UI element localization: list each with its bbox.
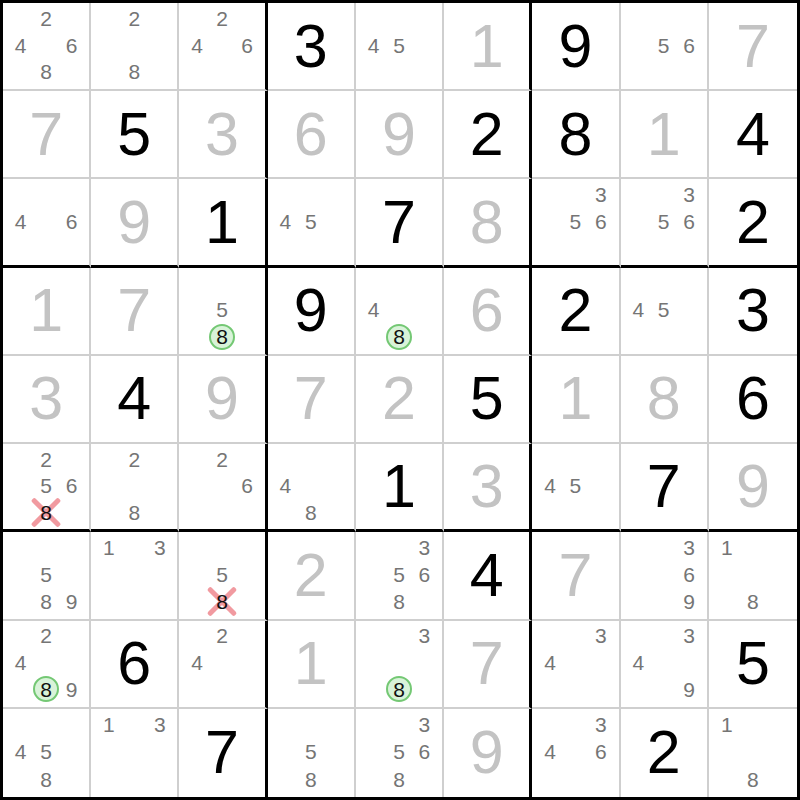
cell-r4c4[interactable]: 9 (268, 268, 356, 356)
candidate-digit: 6 (66, 35, 78, 56)
cell-value: 1 (621, 91, 707, 177)
cell-r5c6[interactable]: 5 (444, 356, 532, 444)
candidate-8[interactable]: 8 (33, 588, 58, 615)
cell-value: 2 (268, 532, 354, 618)
cell-r8c6[interactable]: 7 (444, 621, 532, 709)
candidate-digit: 9 (66, 679, 78, 700)
cell-r5c3[interactable]: 9 (179, 356, 267, 444)
candidate-2[interactable]: 2 (210, 623, 235, 650)
cell-r9c9[interactable]: 18 (709, 709, 797, 797)
candidate-digit: 2 (40, 8, 52, 29)
candidate-digit: 1 (103, 537, 115, 558)
candidate-4[interactable]: 4 (8, 32, 33, 59)
cell-r4c3[interactable]: 58 (179, 268, 267, 356)
candidate-2[interactable]: 2 (33, 446, 58, 472)
candidate-8[interactable]: 8 (298, 499, 323, 525)
cell-r2c7[interactable]: 8 (532, 91, 620, 179)
candidate-digit: 1 (721, 714, 733, 735)
candidates-grid: 58 (184, 534, 259, 614)
cell-value: 1 (532, 356, 618, 442)
cell-r6c9[interactable]: 9 (709, 444, 797, 532)
candidate-digit: 4 (280, 475, 292, 496)
cell-value: 6 (709, 356, 797, 442)
candidate-4[interactable]: 4 (273, 473, 298, 499)
candidate-5[interactable]: 5 (33, 738, 58, 765)
cell-r5c1[interactable]: 3 (3, 356, 91, 444)
candidate-5[interactable]: 5 (563, 208, 588, 234)
candidate-digit: 5 (658, 35, 670, 56)
candidate-digit: 5 (40, 475, 52, 496)
cell-r6c3[interactable]: 26 (179, 444, 267, 532)
candidate-2[interactable]: 2 (122, 5, 147, 32)
candidate-1[interactable]: 1 (714, 711, 740, 738)
cell-value: 9 (709, 444, 797, 529)
cell-value: 5 (709, 621, 797, 707)
cell-r8c9[interactable]: 5 (709, 621, 797, 709)
candidate-digit: 5 (40, 564, 52, 585)
cell-r7c3[interactable]: 58 (179, 532, 267, 620)
candidate-digit: 8 (216, 591, 228, 612)
cell-r4c9[interactable]: 3 (709, 268, 797, 356)
cell-value: 2 (709, 179, 797, 264)
cell-r4c5[interactable]: 48 (356, 268, 444, 356)
candidate-digit: 8 (393, 326, 405, 347)
candidate-8[interactable]: 8 (298, 766, 323, 793)
cell-r8c1[interactable]: 2489 (3, 621, 91, 709)
cell-value: 7 (91, 268, 177, 354)
cell-r3c5[interactable]: 7 (356, 179, 444, 267)
candidate-4[interactable]: 4 (8, 738, 33, 765)
candidates-grid: 24 (184, 623, 259, 703)
cell-r1c6[interactable]: 1 (444, 3, 532, 91)
cell-r8c3[interactable]: 24 (179, 621, 267, 709)
candidates-grid: 26 (184, 446, 259, 525)
cell-r5c9[interactable]: 6 (709, 356, 797, 444)
candidate-digit: 8 (305, 769, 317, 790)
candidate-digit: 8 (40, 769, 52, 790)
cell-r1c4[interactable]: 3 (268, 3, 356, 91)
cell-value: 5 (91, 91, 177, 177)
cell-value: 4 (91, 356, 177, 442)
candidate-digit: 8 (393, 769, 405, 790)
candidate-8[interactable]: 8 (122, 58, 147, 85)
candidate-4[interactable]: 4 (626, 296, 651, 323)
candidate-digit: 6 (241, 475, 253, 496)
candidate-digit: 5 (305, 211, 317, 232)
cell-r3c7[interactable]: 356 (532, 179, 620, 267)
cell-r9c2[interactable]: 13 (91, 709, 179, 797)
cell-r1c1[interactable]: 2468 (3, 3, 91, 91)
cell-r8c4[interactable]: 1 (268, 621, 356, 709)
candidate-digit: 5 (393, 35, 405, 56)
candidates-grid: 48 (273, 446, 349, 525)
candidate-8[interactable]: 8 (386, 588, 411, 615)
cell-r2c2[interactable]: 5 (91, 91, 179, 179)
candidate-4[interactable]: 4 (273, 208, 298, 234)
candidate-8[interactable]: 8 (210, 588, 235, 615)
cell-r9c6[interactable]: 9 (444, 709, 532, 797)
cell-r2c5[interactable]: 9 (356, 91, 444, 179)
cell-r8c8[interactable]: 349 (621, 621, 709, 709)
cell-value: 8 (621, 356, 707, 442)
cell-value: 7 (3, 91, 89, 177)
candidate-1[interactable]: 1 (714, 534, 740, 561)
cell-r3c4[interactable]: 45 (268, 179, 356, 267)
candidates-grid: 246 (184, 5, 259, 85)
candidates-grid: 13 (96, 711, 172, 793)
candidate-digit: 3 (683, 625, 695, 646)
cell-value: 7 (532, 532, 618, 618)
cell-r8c2[interactable]: 6 (91, 621, 179, 709)
candidate-5[interactable]: 5 (33, 473, 58, 499)
cell-r7c8[interactable]: 369 (621, 532, 709, 620)
candidate-digit: 8 (40, 61, 52, 82)
candidate-digit: 3 (154, 537, 166, 558)
cell-value: 7 (621, 444, 707, 529)
candidate-5[interactable]: 5 (298, 738, 323, 765)
cell-r3c8[interactable]: 356 (621, 179, 709, 267)
cell-r3c3[interactable]: 1 (179, 179, 267, 267)
candidates-grid: 346 (537, 711, 613, 793)
cell-value: 3 (709, 268, 797, 354)
candidate-6[interactable]: 6 (676, 32, 701, 59)
candidate-1[interactable]: 1 (96, 711, 121, 738)
candidate-digit: 5 (40, 741, 52, 762)
candidate-digit: 2 (128, 449, 140, 470)
cell-r3c9[interactable]: 2 (709, 179, 797, 267)
candidate-8[interactable]: 8 (740, 766, 766, 793)
candidates-grid: 356 (626, 181, 702, 260)
cell-r7c9[interactable]: 18 (709, 532, 797, 620)
cell-value: 3 (3, 356, 89, 442)
candidate-8[interactable]: 8 (33, 58, 58, 85)
candidate-5[interactable]: 5 (386, 32, 411, 59)
candidate-digit: 4 (544, 475, 556, 496)
candidate-digit: 9 (683, 679, 695, 700)
cell-value: 2 (621, 709, 707, 797)
cell-r1c9[interactable]: 7 (709, 3, 797, 91)
candidate-digit: 4 (15, 741, 27, 762)
cell-r2c6[interactable]: 2 (444, 91, 532, 179)
candidate-3[interactable]: 3 (588, 181, 613, 207)
cell-value: 7 (709, 3, 797, 89)
cell-value: 7 (179, 709, 264, 797)
candidate-digit: 2 (216, 449, 228, 470)
candidate-digit: 8 (216, 326, 228, 347)
candidate-digit: 3 (595, 184, 607, 205)
candidates-grid: 18 (714, 711, 792, 793)
cell-r8c7[interactable]: 34 (532, 621, 620, 709)
candidates-grid: 45 (626, 270, 702, 350)
candidate-3[interactable]: 3 (412, 534, 437, 561)
candidate-digit: 4 (15, 211, 27, 232)
candidate-5[interactable]: 5 (651, 208, 676, 234)
candidate-2[interactable]: 2 (210, 446, 235, 472)
cell-r9c4[interactable]: 58 (268, 709, 356, 797)
cell-r2c3[interactable]: 3 (179, 91, 267, 179)
cell-r6c4[interactable]: 48 (268, 444, 356, 532)
candidate-digit: 2 (128, 8, 140, 29)
candidate-5[interactable]: 5 (210, 561, 235, 588)
candidate-6[interactable]: 6 (676, 561, 701, 588)
candidate-digit: 6 (66, 475, 78, 496)
candidates-grid: 356 (537, 181, 613, 260)
cell-r6c7[interactable]: 45 (532, 444, 620, 532)
cell-r2c8[interactable]: 1 (621, 91, 709, 179)
candidates-grid: 3568 (361, 711, 437, 793)
cell-r6c5[interactable]: 1 (356, 444, 444, 532)
candidate-digit: 8 (40, 679, 52, 700)
candidates-grid: 369 (626, 534, 702, 614)
cell-value: 4 (444, 532, 529, 618)
candidate-5[interactable]: 5 (386, 561, 411, 588)
cell-value: 6 (444, 268, 529, 354)
candidate-3[interactable]: 3 (676, 623, 701, 650)
cell-value: 4 (709, 91, 797, 177)
candidates-grid: 48 (361, 270, 437, 350)
candidate-4[interactable]: 4 (361, 32, 386, 59)
candidate-3[interactable]: 3 (147, 534, 172, 561)
cell-r6c2[interactable]: 28 (91, 444, 179, 532)
candidate-digit: 5 (305, 741, 317, 762)
cell-r7c5[interactable]: 3568 (356, 532, 444, 620)
candidate-3[interactable]: 3 (676, 181, 701, 207)
cell-value: 8 (532, 91, 618, 177)
candidate-3[interactable]: 3 (588, 623, 613, 650)
cell-value: 7 (268, 356, 354, 442)
candidate-6[interactable]: 6 (676, 208, 701, 234)
candidate-digit: 3 (419, 537, 431, 558)
cell-r4c1[interactable]: 1 (3, 268, 91, 356)
cell-r5c8[interactable]: 8 (621, 356, 709, 444)
candidate-5[interactable]: 5 (210, 296, 235, 323)
cell-r9c8[interactable]: 2 (621, 709, 709, 797)
candidate-4[interactable]: 4 (537, 738, 562, 765)
cell-r9c1[interactable]: 458 (3, 709, 91, 797)
candidate-digit: 8 (128, 61, 140, 82)
candidate-4[interactable]: 4 (8, 208, 33, 234)
candidate-digit: 8 (393, 679, 405, 700)
cell-r9c3[interactable]: 7 (179, 709, 267, 797)
candidate-3[interactable]: 3 (147, 711, 172, 738)
cell-r2c9[interactable]: 4 (709, 91, 797, 179)
candidate-4[interactable]: 4 (184, 649, 209, 676)
candidate-9[interactable]: 9 (676, 676, 701, 703)
cell-r5c5[interactable]: 2 (356, 356, 444, 444)
candidates-grid: 3568 (361, 534, 437, 614)
cell-r5c4[interactable]: 7 (268, 356, 356, 444)
cell-value: 6 (91, 621, 177, 707)
candidates-grid: 58 (184, 270, 259, 350)
cell-r6c6[interactable]: 3 (444, 444, 532, 532)
candidates-grid: 18 (714, 534, 792, 614)
cell-r2c1[interactable]: 7 (3, 91, 91, 179)
candidate-6[interactable]: 6 (59, 32, 84, 59)
candidate-8[interactable]: 8 (740, 588, 766, 615)
cell-r4c8[interactable]: 45 (621, 268, 709, 356)
candidate-8[interactable]: 8 (386, 323, 411, 350)
candidate-8[interactable]: 8 (33, 766, 58, 793)
cell-r4c6[interactable]: 6 (444, 268, 532, 356)
candidate-6[interactable]: 6 (59, 473, 84, 499)
cell-r8c5[interactable]: 38 (356, 621, 444, 709)
candidate-9[interactable]: 9 (59, 676, 84, 703)
candidate-6[interactable]: 6 (588, 208, 613, 234)
candidate-6[interactable]: 6 (412, 738, 437, 765)
cell-r1c7[interactable]: 9 (532, 3, 620, 91)
candidates-grid: 458 (8, 711, 84, 793)
candidate-5[interactable]: 5 (563, 473, 588, 499)
candidate-6[interactable]: 6 (59, 208, 84, 234)
candidates-grid: 2489 (8, 623, 84, 703)
cell-r7c6[interactable]: 4 (444, 532, 532, 620)
candidates-grid: 28 (96, 5, 172, 85)
candidate-4[interactable]: 4 (8, 649, 33, 676)
candidates-grid: 2468 (8, 5, 84, 85)
candidate-2[interactable]: 2 (210, 5, 235, 32)
candidate-digit: 4 (544, 652, 556, 673)
candidate-4[interactable]: 4 (537, 473, 562, 499)
cell-r1c3[interactable]: 246 (179, 3, 267, 91)
candidate-9[interactable]: 9 (676, 588, 701, 615)
cell-value: 5 (444, 356, 529, 442)
cell-r3c1[interactable]: 46 (3, 179, 91, 267)
candidate-digit: 6 (419, 564, 431, 585)
candidate-digit: 2 (40, 625, 52, 646)
candidate-6[interactable]: 6 (412, 561, 437, 588)
candidate-digit: 8 (305, 502, 317, 523)
candidate-4[interactable]: 4 (361, 296, 386, 323)
candidate-digit: 4 (544, 741, 556, 762)
cell-value: 7 (356, 179, 442, 264)
candidates-grid: 34 (537, 623, 613, 703)
candidate-5[interactable]: 5 (651, 296, 676, 323)
cell-r7c2[interactable]: 13 (91, 532, 179, 620)
candidate-8[interactable]: 8 (122, 499, 147, 525)
candidates-grid: 58 (273, 711, 349, 793)
cell-r9c7[interactable]: 346 (532, 709, 620, 797)
candidate-digit: 6 (66, 211, 78, 232)
candidate-9[interactable]: 9 (59, 588, 84, 615)
cell-r1c5[interactable]: 45 (356, 3, 444, 91)
candidates-grid: 2568 (8, 446, 84, 525)
candidate-3[interactable]: 3 (588, 711, 613, 738)
cell-r7c7[interactable]: 7 (532, 532, 620, 620)
cell-value: 2 (356, 356, 442, 442)
candidate-digit: 5 (393, 741, 405, 762)
candidate-3[interactable]: 3 (412, 711, 437, 738)
candidate-digit: 3 (419, 714, 431, 735)
candidate-digit: 3 (683, 537, 695, 558)
candidate-digit: 6 (595, 211, 607, 232)
cell-r3c6[interactable]: 8 (444, 179, 532, 267)
candidate-4[interactable]: 4 (626, 649, 651, 676)
candidate-digit: 4 (191, 35, 203, 56)
candidate-digit: 6 (683, 35, 695, 56)
cell-r9c5[interactable]: 3568 (356, 709, 444, 797)
candidate-8[interactable]: 8 (33, 676, 58, 703)
candidate-digit: 1 (721, 537, 733, 558)
candidate-digit: 8 (747, 769, 759, 790)
cell-value: 1 (179, 179, 264, 264)
cell-r4c7[interactable]: 2 (532, 268, 620, 356)
cell-value: 9 (179, 356, 264, 442)
candidate-digit: 8 (747, 591, 759, 612)
candidate-4[interactable]: 4 (537, 649, 562, 676)
candidate-5[interactable]: 5 (386, 738, 411, 765)
candidate-6[interactable]: 6 (588, 738, 613, 765)
candidates-grid: 45 (273, 181, 349, 260)
candidate-6[interactable]: 6 (235, 473, 260, 499)
cell-value: 3 (268, 3, 354, 89)
candidate-digit: 5 (570, 211, 582, 232)
candidate-digit: 6 (683, 564, 695, 585)
candidate-5[interactable]: 5 (651, 32, 676, 59)
candidate-2[interactable]: 2 (33, 623, 58, 650)
candidate-digit: 4 (632, 299, 644, 320)
candidate-3[interactable]: 3 (676, 534, 701, 561)
candidate-digit: 8 (40, 502, 52, 523)
candidates-grid: 38 (361, 623, 437, 703)
cell-r4c2[interactable]: 7 (91, 268, 179, 356)
candidate-digit: 3 (154, 714, 166, 735)
cell-r6c8[interactable]: 7 (621, 444, 709, 532)
candidate-digit: 8 (393, 591, 405, 612)
cell-r1c8[interactable]: 56 (621, 3, 709, 91)
candidate-digit: 6 (419, 741, 431, 762)
cell-value: 3 (444, 444, 529, 529)
candidate-1[interactable]: 1 (96, 534, 121, 561)
candidate-digit: 6 (241, 35, 253, 56)
candidate-8[interactable]: 8 (386, 766, 411, 793)
candidate-digit: 5 (216, 299, 228, 320)
candidate-2[interactable]: 2 (122, 446, 147, 472)
candidate-8[interactable]: 8 (33, 499, 58, 525)
cell-value: 2 (532, 268, 618, 354)
cell-r7c4[interactable]: 2 (268, 532, 356, 620)
candidate-digit: 4 (280, 211, 292, 232)
cell-r3c2[interactable]: 9 (91, 179, 179, 267)
candidates-grid: 45 (361, 5, 437, 85)
candidates-grid: 56 (626, 5, 702, 85)
candidate-digit: 4 (368, 299, 380, 320)
cell-value: 2 (444, 91, 529, 177)
candidate-4[interactable]: 4 (184, 32, 209, 59)
cell-r5c2[interactable]: 4 (91, 356, 179, 444)
candidates-grid: 13 (96, 534, 172, 614)
candidate-5[interactable]: 5 (33, 561, 58, 588)
cell-r6c1[interactable]: 2568 (3, 444, 91, 532)
sudoku-board: 2468282463451956775369281446914578356356… (0, 0, 800, 800)
candidate-8[interactable]: 8 (210, 323, 235, 350)
candidate-digit: 4 (632, 652, 644, 673)
cell-r5c7[interactable]: 1 (532, 356, 620, 444)
candidate-digit: 2 (40, 449, 52, 470)
candidate-2[interactable]: 2 (33, 5, 58, 32)
cell-r1c2[interactable]: 28 (91, 3, 179, 91)
candidate-3[interactable]: 3 (412, 623, 437, 650)
cell-value: 9 (91, 179, 177, 264)
candidate-digit: 5 (658, 211, 670, 232)
cell-value: 9 (532, 3, 618, 89)
candidate-5[interactable]: 5 (298, 208, 323, 234)
cell-r2c4[interactable]: 6 (268, 91, 356, 179)
candidate-8[interactable]: 8 (386, 676, 411, 703)
candidate-digit: 3 (595, 714, 607, 735)
candidate-6[interactable]: 6 (235, 32, 260, 59)
candidate-digit: 3 (595, 625, 607, 646)
cell-r7c1[interactable]: 589 (3, 532, 91, 620)
